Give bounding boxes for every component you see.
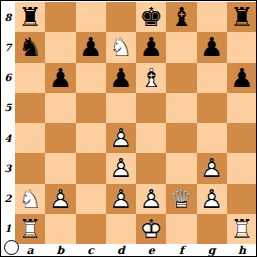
file-label-a: a	[15, 244, 45, 257]
square-d4[interactable]: ♟♙	[106, 123, 136, 153]
square-a2[interactable]: ♞♘	[15, 184, 45, 214]
piece-wP-d4: ♟♙	[106, 123, 136, 153]
square-e4[interactable]	[136, 123, 166, 153]
square-e8[interactable]: ♚	[136, 2, 166, 32]
piece-bP-h6: ♟	[227, 63, 257, 93]
square-h7[interactable]	[227, 32, 257, 62]
file-label-f: f	[166, 244, 196, 257]
rank-label-7: 7	[1, 32, 15, 62]
square-a1[interactable]: ♜♖	[15, 214, 45, 244]
square-f7[interactable]	[166, 32, 196, 62]
square-h6[interactable]: ♟	[227, 63, 257, 93]
square-a3[interactable]	[15, 153, 45, 183]
piece-wP-b2: ♟♙	[45, 184, 75, 214]
piece-wR-h1: ♜♖	[227, 214, 257, 244]
piece-wP-e2: ♟♙	[136, 184, 166, 214]
piece-bN-a7: ♞	[15, 32, 45, 62]
piece-wN-d7: ♞♘	[106, 32, 136, 62]
file-label-h: h	[227, 244, 257, 257]
rank-label-3: 3	[1, 153, 15, 183]
chess-board: ♜♚♝♜♞♟♞♘♟♟♟♟♝♗♟♟♙♟♙♟♙♞♘♟♙♟♙♟♙♛♕♟♙♜♖♚♔♜♖	[15, 2, 257, 244]
file-label-b: b	[45, 244, 75, 257]
square-g7[interactable]: ♟	[197, 32, 227, 62]
square-c1[interactable]	[76, 214, 106, 244]
square-g1[interactable]	[197, 214, 227, 244]
piece-bP-c7: ♟	[76, 32, 106, 62]
square-e7[interactable]: ♟	[136, 32, 166, 62]
square-c7[interactable]: ♟	[76, 32, 106, 62]
square-a8[interactable]: ♜	[15, 2, 45, 32]
square-f3[interactable]	[166, 153, 196, 183]
square-b6[interactable]: ♟	[45, 63, 75, 93]
square-d5[interactable]	[106, 93, 136, 123]
square-b3[interactable]	[45, 153, 75, 183]
square-e5[interactable]	[136, 93, 166, 123]
chess-diagram: 87654321 ♜♚♝♜♞♟♞♘♟♟♟♟♝♗♟♟♙♟♙♟♙♞♘♟♙♟♙♟♙♛♕…	[0, 0, 257, 257]
square-a4[interactable]	[15, 123, 45, 153]
piece-wQ-f2: ♛♕	[166, 184, 196, 214]
square-g8[interactable]	[197, 2, 227, 32]
square-d6[interactable]: ♟	[106, 63, 136, 93]
square-c5[interactable]	[76, 93, 106, 123]
side-to-move-indicator	[4, 240, 19, 255]
square-d8[interactable]	[106, 2, 136, 32]
piece-wP-g3: ♟♙	[197, 153, 227, 183]
piece-wP-d2: ♟♙	[106, 184, 136, 214]
square-h8[interactable]: ♜	[227, 2, 257, 32]
square-g4[interactable]	[197, 123, 227, 153]
file-label-g: g	[197, 244, 227, 257]
square-f1[interactable]	[166, 214, 196, 244]
square-c8[interactable]	[76, 2, 106, 32]
piece-bP-g7: ♟	[197, 32, 227, 62]
square-f8[interactable]: ♝	[166, 2, 196, 32]
square-h5[interactable]	[227, 93, 257, 123]
square-d7[interactable]: ♞♘	[106, 32, 136, 62]
piece-wP-d3: ♟♙	[106, 153, 136, 183]
piece-bP-e7: ♟	[136, 32, 166, 62]
square-e6[interactable]: ♝♗	[136, 63, 166, 93]
file-label-e: e	[136, 244, 166, 257]
piece-wP-g2: ♟♙	[197, 184, 227, 214]
square-b5[interactable]	[45, 93, 75, 123]
square-h1[interactable]: ♜♖	[227, 214, 257, 244]
square-b8[interactable]	[45, 2, 75, 32]
square-c6[interactable]	[76, 63, 106, 93]
rank-labels: 87654321	[1, 2, 15, 244]
square-g3[interactable]: ♟♙	[197, 153, 227, 183]
square-e3[interactable]	[136, 153, 166, 183]
square-b4[interactable]	[45, 123, 75, 153]
rank-label-5: 5	[1, 93, 15, 123]
square-d3[interactable]: ♟♙	[106, 153, 136, 183]
square-g6[interactable]	[197, 63, 227, 93]
rank-label-2: 2	[1, 184, 15, 214]
rank-label-6: 6	[1, 63, 15, 93]
file-labels: abcdefgh	[15, 244, 257, 257]
square-h2[interactable]	[227, 184, 257, 214]
piece-bR-a8: ♜	[15, 2, 45, 32]
square-d2[interactable]: ♟♙	[106, 184, 136, 214]
square-h3[interactable]	[227, 153, 257, 183]
square-g5[interactable]	[197, 93, 227, 123]
piece-bR-h8: ♜	[227, 2, 257, 32]
square-f6[interactable]	[166, 63, 196, 93]
square-e1[interactable]: ♚♔	[136, 214, 166, 244]
square-c3[interactable]	[76, 153, 106, 183]
piece-bK-e8: ♚	[136, 2, 166, 32]
file-label-c: c	[76, 244, 106, 257]
square-d1[interactable]	[106, 214, 136, 244]
rank-label-8: 8	[1, 2, 15, 32]
piece-wR-a1: ♜♖	[15, 214, 45, 244]
square-f2[interactable]: ♛♕	[166, 184, 196, 214]
rank-label-4: 4	[1, 123, 15, 153]
piece-bP-d6: ♟	[106, 63, 136, 93]
square-f4[interactable]	[166, 123, 196, 153]
piece-wB-e6: ♝♗	[136, 63, 166, 93]
square-a7[interactable]: ♞	[15, 32, 45, 62]
file-label-d: d	[106, 244, 136, 257]
square-g2[interactable]: ♟♙	[197, 184, 227, 214]
square-c2[interactable]	[76, 184, 106, 214]
square-f5[interactable]	[166, 93, 196, 123]
square-b1[interactable]	[45, 214, 75, 244]
piece-wK-e1: ♚♔	[136, 214, 166, 244]
square-b7[interactable]	[45, 32, 75, 62]
square-a6[interactable]	[15, 63, 45, 93]
square-h4[interactable]	[227, 123, 257, 153]
piece-wN-a2: ♞♘	[15, 184, 45, 214]
square-a5[interactable]	[15, 93, 45, 123]
square-c4[interactable]	[76, 123, 106, 153]
square-b2[interactable]: ♟♙	[45, 184, 75, 214]
piece-bP-b6: ♟	[45, 63, 75, 93]
square-e2[interactable]: ♟♙	[136, 184, 166, 214]
piece-bB-f8: ♝	[166, 2, 196, 32]
